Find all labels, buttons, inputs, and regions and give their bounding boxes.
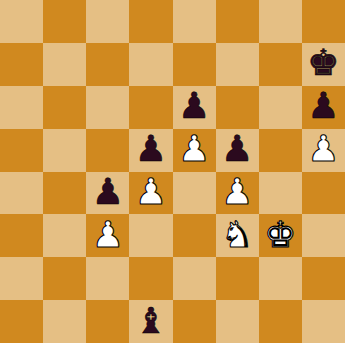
square-h2[interactable] [302,257,345,300]
piece-black-pawn[interactable]: ♟ [135,131,167,167]
square-f5[interactable]: ♟ [216,129,259,172]
piece-black-pawn[interactable]: ♟ [92,174,124,210]
piece-black-pawn[interactable]: ♟ [178,88,210,124]
square-g5[interactable] [259,129,302,172]
square-e2[interactable] [173,257,216,300]
square-f7[interactable] [216,43,259,86]
square-d1[interactable]: ♝ [129,300,172,343]
square-a6[interactable] [0,86,43,129]
square-e7[interactable] [173,43,216,86]
piece-black-king[interactable]: ♚ [307,45,339,81]
piece-white-pawn[interactable]: ♟ [135,174,167,210]
piece-white-knight[interactable]: ♞ [221,217,253,253]
square-c4[interactable]: ♟ [86,172,129,215]
square-a5[interactable] [0,129,43,172]
square-f2[interactable] [216,257,259,300]
square-b8[interactable] [43,0,86,43]
piece-white-pawn[interactable]: ♟ [178,131,210,167]
square-h1[interactable] [302,300,345,343]
square-c8[interactable] [86,0,129,43]
square-e8[interactable] [173,0,216,43]
square-c5[interactable] [86,129,129,172]
square-a8[interactable] [0,0,43,43]
square-e5[interactable]: ♟ [173,129,216,172]
piece-white-pawn[interactable]: ♟ [92,217,124,253]
square-g2[interactable] [259,257,302,300]
chess-board-container: ♚♟♟♟♟♟♟♟♟♟♟♞♚♝ [0,0,345,343]
square-b4[interactable] [43,172,86,215]
square-a3[interactable] [0,214,43,257]
square-f4[interactable]: ♟ [216,172,259,215]
square-c3[interactable]: ♟ [86,214,129,257]
square-b6[interactable] [43,86,86,129]
square-h4[interactable] [302,172,345,215]
square-e3[interactable] [173,214,216,257]
square-f8[interactable] [216,0,259,43]
square-d7[interactable] [129,43,172,86]
square-a2[interactable] [0,257,43,300]
square-b5[interactable] [43,129,86,172]
square-f3[interactable]: ♞ [216,214,259,257]
piece-white-pawn[interactable]: ♟ [307,131,339,167]
piece-white-king[interactable]: ♚ [264,217,296,253]
square-g7[interactable] [259,43,302,86]
square-h6[interactable]: ♟ [302,86,345,129]
square-c7[interactable] [86,43,129,86]
square-b1[interactable] [43,300,86,343]
square-g3[interactable]: ♚ [259,214,302,257]
square-d5[interactable]: ♟ [129,129,172,172]
square-e4[interactable] [173,172,216,215]
square-d6[interactable] [129,86,172,129]
square-d3[interactable] [129,214,172,257]
square-a1[interactable] [0,300,43,343]
square-e6[interactable]: ♟ [173,86,216,129]
square-b2[interactable] [43,257,86,300]
square-g4[interactable] [259,172,302,215]
square-g6[interactable] [259,86,302,129]
square-d8[interactable] [129,0,172,43]
square-g8[interactable] [259,0,302,43]
square-c2[interactable] [86,257,129,300]
square-f6[interactable] [216,86,259,129]
piece-black-pawn[interactable]: ♟ [307,88,339,124]
square-h3[interactable] [302,214,345,257]
square-b7[interactable] [43,43,86,86]
square-h8[interactable] [302,0,345,43]
square-h7[interactable]: ♚ [302,43,345,86]
square-b3[interactable] [43,214,86,257]
chess-board: ♚♟♟♟♟♟♟♟♟♟♟♞♚♝ [0,0,345,343]
square-h5[interactable]: ♟ [302,129,345,172]
square-f1[interactable] [216,300,259,343]
square-a7[interactable] [0,43,43,86]
square-g1[interactable] [259,300,302,343]
square-a4[interactable] [0,172,43,215]
square-e1[interactable] [173,300,216,343]
square-d4[interactable]: ♟ [129,172,172,215]
square-c1[interactable] [86,300,129,343]
square-c6[interactable] [86,86,129,129]
piece-white-pawn[interactable]: ♟ [221,174,253,210]
piece-black-bishop[interactable]: ♝ [135,303,167,339]
square-d2[interactable] [129,257,172,300]
piece-black-pawn[interactable]: ♟ [221,131,253,167]
